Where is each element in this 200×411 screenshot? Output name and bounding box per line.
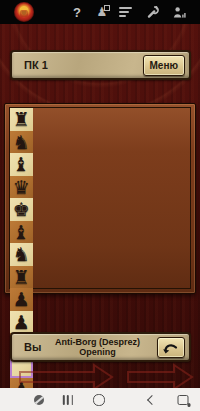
undo-arrow-icon [162,341,180,355]
square-h8[interactable]: ♜ [10,266,33,289]
black-bishop-c8: ♝ [10,153,33,176]
square-b8[interactable]: ♞ [10,131,33,154]
app-logo [14,2,34,22]
undo-button[interactable] [157,337,185,358]
home-icon[interactable] [93,394,105,406]
square-a8[interactable]: ♜ [10,108,33,131]
recent-apps-icon[interactable] [63,395,73,405]
player-name: Вы [24,341,41,353]
decorative-arrows [0,362,200,388]
hide-nav-icon[interactable] [34,395,44,405]
black-queen-d8: ♛ [10,176,33,199]
black-knight-g8: ♞ [10,243,33,266]
menu-button[interactable]: Меню [143,55,185,76]
square-a7[interactable]: ♟ [10,288,33,311]
square-b7[interactable]: ♟ [10,311,33,334]
player-bar: Вы Anti-Borg (Desprez) Opening [10,332,191,362]
chess-app-screen: ? ♟ ПК 1 Меню ♜♞♝♛♚ [0,0,200,411]
black-rook-h8: ♜ [10,266,33,289]
player-stats-icon[interactable] [171,0,189,24]
square-d8[interactable]: ♛ [10,176,33,199]
black-rook-a8: ♜ [10,108,33,131]
settings-wrench-icon[interactable] [145,0,163,24]
board-frame: ♜♞♝♛♚♝♞♜♟♟♟♟♟♟♟♟♟♟♟♟♟♟♟♟♜♞♝♛♚♝♞♜ [4,103,196,294]
black-pawn-b7: ♟ [10,311,33,334]
hint-piece-icon[interactable]: ♟ [93,0,111,24]
black-king-e8: ♚ [10,198,33,221]
android-nav-bar [0,388,200,411]
square-e8[interactable]: ♚ [10,198,33,221]
square-c8[interactable]: ♝ [10,153,33,176]
black-knight-b8: ♞ [10,131,33,154]
black-bishop-f8: ♝ [10,221,33,244]
screen-capture-icon[interactable] [178,395,189,405]
square-marker [104,5,110,11]
square-f8[interactable]: ♝ [10,221,33,244]
move-list-icon[interactable] [119,0,137,24]
black-pawn-a7: ♟ [10,288,33,311]
opponent-name: ПК 1 [24,59,48,71]
opponent-bar: ПК 1 Меню [10,50,191,80]
chess-board: ♜♞♝♛♚♝♞♜♟♟♟♟♟♟♟♟♟♟♟♟♟♟♟♟♜♞♝♛♚♝♞♜ [10,108,190,288]
app-toolbar: ? ♟ [0,0,200,24]
back-icon[interactable] [147,395,157,405]
help-icon[interactable]: ? [68,0,86,24]
opening-name: Anti-Borg (Desprez) Opening [42,337,153,357]
square-g8[interactable]: ♞ [10,243,33,266]
